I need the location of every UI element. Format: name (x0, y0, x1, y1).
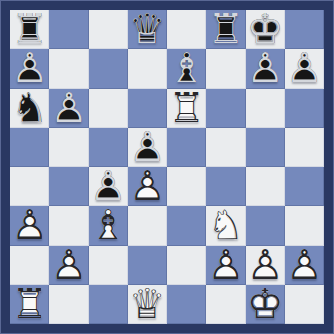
white-pawn[interactable]: ♟♙ (128, 167, 167, 206)
white-queen[interactable]: ♛♕ (128, 285, 167, 324)
piece-detail-glyph: ♙ (49, 89, 88, 128)
piece-detail-glyph: ♙ (246, 246, 285, 285)
square-f1[interactable] (206, 285, 245, 324)
square-d5[interactable]: ♟♙ (128, 128, 167, 167)
square-g5[interactable] (246, 128, 285, 167)
square-e7[interactable]: ♝♗ (167, 49, 206, 88)
piece-detail-glyph: ♙ (10, 206, 49, 245)
square-a2[interactable] (10, 246, 49, 285)
square-g6[interactable] (246, 89, 285, 128)
white-pawn[interactable]: ♟♙ (246, 246, 285, 285)
square-d3[interactable] (128, 206, 167, 245)
piece-detail-glyph: ♔ (246, 285, 285, 324)
square-c7[interactable] (89, 49, 128, 88)
piece-detail-glyph: ♖ (167, 89, 206, 128)
piece-detail-glyph: ♗ (89, 206, 128, 245)
square-d6[interactable] (128, 89, 167, 128)
square-a3[interactable]: ♟♙ (10, 206, 49, 245)
square-c5[interactable] (89, 128, 128, 167)
piece-detail-glyph: ♗ (167, 49, 206, 88)
black-rook[interactable]: ♜♖ (206, 10, 245, 49)
piece-detail-glyph: ♖ (10, 10, 49, 49)
square-f6[interactable] (206, 89, 245, 128)
piece-detail-glyph: ♖ (206, 10, 245, 49)
square-f2[interactable]: ♟♙ (206, 246, 245, 285)
piece-detail-glyph: ♙ (49, 246, 88, 285)
square-f3[interactable]: ♞♘ (206, 206, 245, 245)
board-frame: ♜♖♛♕♜♖♚♔♟♙♝♗♟♙♟♙♞♘♟♙♜♖♟♙♟♙♟♙♟♙♝♗♞♘♟♙♟♙♟♙… (0, 0, 334, 334)
square-h5[interactable] (285, 128, 324, 167)
square-d1[interactable]: ♛♕ (128, 285, 167, 324)
piece-detail-glyph: ♔ (246, 10, 285, 49)
square-e6[interactable]: ♜♖ (167, 89, 206, 128)
square-g2[interactable]: ♟♙ (246, 246, 285, 285)
square-f5[interactable] (206, 128, 245, 167)
square-b7[interactable] (49, 49, 88, 88)
piece-detail-glyph: ♙ (285, 246, 324, 285)
square-f4[interactable] (206, 167, 245, 206)
piece-detail-glyph: ♙ (128, 167, 167, 206)
square-c2[interactable] (89, 246, 128, 285)
square-a4[interactable] (10, 167, 49, 206)
piece-detail-glyph: ♘ (206, 206, 245, 245)
piece-detail-glyph: ♙ (246, 49, 285, 88)
black-pawn[interactable]: ♟♙ (246, 49, 285, 88)
square-c6[interactable] (89, 89, 128, 128)
piece-detail-glyph: ♙ (285, 49, 324, 88)
square-d7[interactable] (128, 49, 167, 88)
black-king[interactable]: ♚♔ (246, 10, 285, 49)
white-pawn[interactable]: ♟♙ (285, 246, 324, 285)
white-rook[interactable]: ♜♖ (10, 285, 49, 324)
piece-detail-glyph: ♕ (128, 10, 167, 49)
square-b8[interactable] (49, 10, 88, 49)
black-knight[interactable]: ♞♘ (10, 89, 49, 128)
black-pawn[interactable]: ♟♙ (10, 49, 49, 88)
piece-detail-glyph: ♙ (206, 246, 245, 285)
square-h7[interactable]: ♟♙ (285, 49, 324, 88)
square-b6[interactable]: ♟♙ (49, 89, 88, 128)
piece-detail-glyph: ♘ (10, 89, 49, 128)
square-e1[interactable] (167, 285, 206, 324)
square-h2[interactable]: ♟♙ (285, 246, 324, 285)
square-c4[interactable]: ♟♙ (89, 167, 128, 206)
black-pawn[interactable]: ♟♙ (128, 128, 167, 167)
square-b2[interactable]: ♟♙ (49, 246, 88, 285)
square-e2[interactable] (167, 246, 206, 285)
square-f7[interactable] (206, 49, 245, 88)
square-g4[interactable] (246, 167, 285, 206)
square-a5[interactable] (10, 128, 49, 167)
white-bishop[interactable]: ♝♗ (89, 206, 128, 245)
square-d4[interactable]: ♟♙ (128, 167, 167, 206)
square-a7[interactable]: ♟♙ (10, 49, 49, 88)
square-f8[interactable]: ♜♖ (206, 10, 245, 49)
piece-detail-glyph: ♙ (128, 128, 167, 167)
white-pawn[interactable]: ♟♙ (206, 246, 245, 285)
square-h1[interactable] (285, 285, 324, 324)
white-rook[interactable]: ♜♖ (167, 89, 206, 128)
square-a6[interactable]: ♞♘ (10, 89, 49, 128)
square-a8[interactable]: ♜♖ (10, 10, 49, 49)
piece-detail-glyph: ♖ (10, 285, 49, 324)
square-e3[interactable] (167, 206, 206, 245)
square-a1[interactable]: ♜♖ (10, 285, 49, 324)
square-g7[interactable]: ♟♙ (246, 49, 285, 88)
square-b1[interactable] (49, 285, 88, 324)
square-b3[interactable] (49, 206, 88, 245)
black-queen[interactable]: ♛♕ (128, 10, 167, 49)
white-pawn[interactable]: ♟♙ (49, 246, 88, 285)
black-bishop[interactable]: ♝♗ (167, 49, 206, 88)
square-c8[interactable] (89, 10, 128, 49)
square-b5[interactable] (49, 128, 88, 167)
square-e5[interactable] (167, 128, 206, 167)
square-g1[interactable]: ♚♔ (246, 285, 285, 324)
piece-detail-glyph: ♙ (89, 167, 128, 206)
square-d8[interactable]: ♛♕ (128, 10, 167, 49)
chess-board: ♜♖♛♕♜♖♚♔♟♙♝♗♟♙♟♙♞♘♟♙♜♖♟♙♟♙♟♙♟♙♝♗♞♘♟♙♟♙♟♙… (10, 10, 324, 324)
square-h8[interactable] (285, 10, 324, 49)
square-c3[interactable]: ♝♗ (89, 206, 128, 245)
square-b4[interactable] (49, 167, 88, 206)
square-e8[interactable] (167, 10, 206, 49)
square-h3[interactable] (285, 206, 324, 245)
square-h6[interactable] (285, 89, 324, 128)
square-d2[interactable] (128, 246, 167, 285)
white-king[interactable]: ♚♔ (246, 285, 285, 324)
black-pawn[interactable]: ♟♙ (89, 167, 128, 206)
white-pawn[interactable]: ♟♙ (10, 206, 49, 245)
square-g8[interactable]: ♚♔ (246, 10, 285, 49)
square-e4[interactable] (167, 167, 206, 206)
piece-detail-glyph: ♙ (10, 49, 49, 88)
black-rook[interactable]: ♜♖ (10, 10, 49, 49)
black-pawn[interactable]: ♟♙ (285, 49, 324, 88)
piece-detail-glyph: ♕ (128, 285, 167, 324)
square-g3[interactable] (246, 206, 285, 245)
black-pawn[interactable]: ♟♙ (49, 89, 88, 128)
square-c1[interactable] (89, 285, 128, 324)
square-h4[interactable] (285, 167, 324, 206)
white-knight[interactable]: ♞♘ (206, 206, 245, 245)
